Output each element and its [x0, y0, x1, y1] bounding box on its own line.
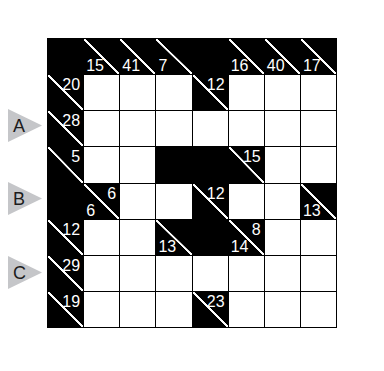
down-clue-r0c3: 7 — [158, 57, 167, 74]
clue-cell-r6c0: 29 — [48, 256, 83, 291]
entry-cell-r4c3[interactable] — [156, 184, 191, 219]
clue-cell-r0c2: 41 — [120, 39, 155, 74]
block-cell-r0c4 — [193, 39, 228, 74]
entry-cell-r6c7[interactable] — [301, 256, 336, 291]
entry-cell-r6c5[interactable] — [229, 256, 264, 291]
entry-cell-r7c3[interactable] — [156, 292, 191, 327]
entry-cell-r6c3[interactable] — [156, 256, 191, 291]
across-clue-r2c0: 28 — [62, 112, 80, 129]
entry-cell-r3c1[interactable] — [84, 147, 119, 182]
row-marker-c: C — [8, 256, 42, 289]
clue-cell-r5c3: 13 — [156, 220, 191, 255]
clue-cell-r0c1: 15 — [84, 39, 119, 74]
clue-cell-r5c0: 12 — [48, 220, 83, 255]
entry-cell-r3c7[interactable] — [301, 147, 336, 182]
entry-cell-r1c7[interactable] — [301, 75, 336, 110]
clue-cell-r1c4: 12 — [193, 75, 228, 110]
block-cell-r3c3 — [156, 147, 191, 182]
down-clue-r0c5: 16 — [231, 57, 249, 74]
clue-cell-r5c5: 814 — [229, 220, 264, 255]
entry-cell-r5c6[interactable] — [265, 220, 300, 255]
entry-cell-r4c6[interactable] — [265, 184, 300, 219]
entry-cell-r1c5[interactable] — [229, 75, 264, 110]
clue-cell-r0c5: 16 — [229, 39, 264, 74]
across-clue-r4c1: 6 — [107, 185, 116, 202]
entry-cell-r1c2[interactable] — [120, 75, 155, 110]
entry-cell-r6c6[interactable] — [265, 256, 300, 291]
down-clue-r5c5: 14 — [231, 238, 249, 255]
entry-cell-r2c5[interactable] — [229, 111, 264, 146]
clue-cell-r4c7: 13 — [301, 184, 336, 219]
entry-cell-r4c2[interactable] — [120, 184, 155, 219]
block-cell-r5c4 — [193, 220, 228, 255]
block-cell-r3c4 — [193, 147, 228, 182]
across-clue-r5c0: 12 — [62, 221, 80, 238]
clue-cell-r0c3: 7 — [156, 39, 191, 74]
entry-cell-r2c6[interactable] — [265, 111, 300, 146]
across-clue-r3c5: 15 — [243, 148, 261, 165]
across-clue-r5c5: 8 — [252, 221, 261, 238]
down-clue-r4c7: 13 — [303, 202, 321, 219]
down-clue-r0c6: 40 — [267, 57, 285, 74]
entry-cell-r7c7[interactable] — [301, 292, 336, 327]
across-clue-r7c0: 19 — [62, 293, 80, 310]
entry-cell-r2c2[interactable] — [120, 111, 155, 146]
clue-cell-r3c5: 15 — [229, 147, 264, 182]
row-marker-a-label: A — [8, 117, 25, 135]
entry-cell-r7c1[interactable] — [84, 292, 119, 327]
entry-cell-r5c7[interactable] — [301, 220, 336, 255]
entry-cell-r6c2[interactable] — [120, 256, 155, 291]
entry-cell-r4c5[interactable] — [229, 184, 264, 219]
entry-cell-r2c4[interactable] — [193, 111, 228, 146]
clue-cell-r4c1: 66 — [84, 184, 119, 219]
entry-cell-r7c5[interactable] — [229, 292, 264, 327]
row-marker-b: B — [8, 182, 42, 215]
entry-cell-r1c1[interactable] — [84, 75, 119, 110]
entry-cell-r2c3[interactable] — [156, 111, 191, 146]
down-clue-r0c7: 17 — [303, 57, 321, 74]
down-clue-r5c3: 13 — [158, 238, 176, 255]
across-clue-r4c4: 12 — [207, 185, 225, 202]
across-clue-r1c4: 12 — [207, 76, 225, 93]
down-clue-r0c1: 15 — [86, 57, 104, 74]
down-clue-r4c1: 6 — [86, 202, 95, 219]
entry-cell-r6c1[interactable] — [84, 256, 119, 291]
clue-cell-r2c0: 28 — [48, 111, 83, 146]
across-clue-r6c0: 29 — [62, 257, 80, 274]
block-cell-r0c0 — [48, 39, 83, 74]
across-clue-r7c4: 23 — [207, 293, 225, 310]
entry-cell-r3c2[interactable] — [120, 147, 155, 182]
entry-cell-r5c2[interactable] — [120, 220, 155, 255]
entry-cell-r7c6[interactable] — [265, 292, 300, 327]
clue-cell-r3c0: 5 — [48, 147, 83, 182]
clue-cell-r1c0: 20 — [48, 75, 83, 110]
entry-cell-r6c4[interactable] — [193, 256, 228, 291]
entry-cell-r5c1[interactable] — [84, 220, 119, 255]
kakuro-puzzle: A B C 1541716401720122851566121312138142… — [0, 0, 384, 371]
clue-cell-r4c4: 12 — [193, 184, 228, 219]
entry-cell-r2c1[interactable] — [84, 111, 119, 146]
clue-cell-r0c7: 17 — [301, 39, 336, 74]
clue-cell-r7c4: 23 — [193, 292, 228, 327]
clue-cell-r7c0: 19 — [48, 292, 83, 327]
entry-cell-r2c7[interactable] — [301, 111, 336, 146]
entry-cell-r1c3[interactable] — [156, 75, 191, 110]
entry-cell-r3c6[interactable] — [265, 147, 300, 182]
row-marker-c-label: C — [8, 264, 26, 282]
across-clue-r1c0: 20 — [62, 76, 80, 93]
row-marker-b-label: B — [8, 190, 25, 208]
across-clue-r3c0: 5 — [71, 148, 80, 165]
entry-cell-r1c6[interactable] — [265, 75, 300, 110]
row-marker-a: A — [8, 109, 42, 142]
down-clue-r0c2: 41 — [122, 57, 140, 74]
clue-cell-r0c6: 40 — [265, 39, 300, 74]
kakuro-board: 154171640172012285156612131213814291923 — [47, 38, 337, 328]
entry-cell-r7c2[interactable] — [120, 292, 155, 327]
block-cell-r4c0 — [48, 184, 83, 219]
